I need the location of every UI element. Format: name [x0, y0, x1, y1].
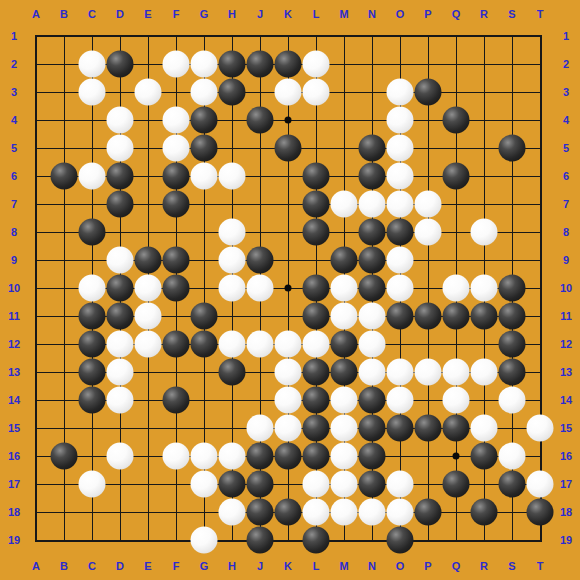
black-stone — [499, 331, 526, 358]
white-stone — [387, 387, 414, 414]
coord-label-top: H — [228, 9, 236, 20]
white-stone — [331, 387, 358, 414]
black-stone — [499, 303, 526, 330]
black-stone — [415, 415, 442, 442]
coord-label-left: 10 — [8, 283, 20, 294]
black-stone — [219, 79, 246, 106]
black-stone — [331, 359, 358, 386]
coord-label-bottom: C — [88, 561, 96, 572]
white-stone — [359, 331, 386, 358]
black-stone — [303, 359, 330, 386]
white-stone — [387, 79, 414, 106]
black-stone — [499, 359, 526, 386]
white-stone — [387, 499, 414, 526]
white-stone — [107, 135, 134, 162]
coord-label-bottom: B — [60, 561, 68, 572]
coord-label-right: 19 — [560, 535, 572, 546]
black-stone — [359, 247, 386, 274]
coord-label-bottom: M — [339, 561, 348, 572]
coord-label-top: G — [200, 9, 209, 20]
white-stone — [275, 387, 302, 414]
coord-label-left: 18 — [8, 507, 20, 518]
coord-label-left: 6 — [11, 171, 17, 182]
black-stone — [191, 107, 218, 134]
white-stone — [443, 275, 470, 302]
black-stone — [163, 163, 190, 190]
black-stone — [247, 247, 274, 274]
black-stone — [387, 415, 414, 442]
black-stone — [79, 303, 106, 330]
coord-label-bottom: F — [173, 561, 180, 572]
white-stone — [331, 191, 358, 218]
white-stone — [135, 275, 162, 302]
coord-label-top: K — [284, 9, 292, 20]
white-stone — [387, 471, 414, 498]
black-stone — [359, 275, 386, 302]
black-stone — [107, 303, 134, 330]
coord-label-bottom: J — [257, 561, 263, 572]
black-stone — [303, 443, 330, 470]
coord-label-bottom: R — [480, 561, 488, 572]
coord-label-left: 9 — [11, 255, 17, 266]
coord-label-right: 1 — [563, 31, 569, 42]
white-stone — [191, 527, 218, 554]
white-stone — [247, 275, 274, 302]
black-stone — [443, 415, 470, 442]
black-stone — [359, 163, 386, 190]
white-stone — [107, 107, 134, 134]
coord-label-bottom: G — [200, 561, 209, 572]
white-stone — [303, 471, 330, 498]
white-stone — [107, 247, 134, 274]
white-stone — [219, 331, 246, 358]
white-stone — [191, 79, 218, 106]
coord-label-right: 11 — [560, 311, 572, 322]
black-stone — [247, 51, 274, 78]
coord-label-top: N — [368, 9, 376, 20]
white-stone — [303, 499, 330, 526]
white-stone — [219, 443, 246, 470]
coord-label-left: 3 — [11, 87, 17, 98]
black-stone — [387, 219, 414, 246]
white-stone — [387, 107, 414, 134]
coord-label-right: 10 — [560, 283, 572, 294]
white-stone — [331, 275, 358, 302]
white-stone — [275, 79, 302, 106]
white-stone — [443, 359, 470, 386]
black-stone — [191, 135, 218, 162]
coord-label-bottom: P — [424, 561, 431, 572]
white-stone — [387, 359, 414, 386]
black-stone — [107, 163, 134, 190]
coord-label-top: S — [508, 9, 515, 20]
coord-label-top: F — [173, 9, 180, 20]
black-stone — [471, 499, 498, 526]
white-stone — [219, 219, 246, 246]
black-stone — [415, 499, 442, 526]
black-stone — [359, 443, 386, 470]
black-stone — [79, 387, 106, 414]
white-stone — [471, 275, 498, 302]
coord-label-bottom: E — [144, 561, 151, 572]
white-stone — [191, 163, 218, 190]
white-stone — [415, 359, 442, 386]
black-stone — [331, 247, 358, 274]
coord-label-right: 3 — [563, 87, 569, 98]
coord-label-right: 8 — [563, 227, 569, 238]
white-stone — [107, 331, 134, 358]
black-stone — [527, 499, 554, 526]
white-stone — [499, 443, 526, 470]
white-stone — [163, 443, 190, 470]
coord-label-top: E — [144, 9, 151, 20]
white-stone — [387, 275, 414, 302]
black-stone — [359, 387, 386, 414]
black-stone — [303, 219, 330, 246]
white-stone — [247, 415, 274, 442]
white-stone — [387, 191, 414, 218]
white-stone — [219, 275, 246, 302]
coord-label-bottom: K — [284, 561, 292, 572]
coord-label-top: B — [60, 9, 68, 20]
white-stone — [387, 163, 414, 190]
white-stone — [499, 387, 526, 414]
black-stone — [107, 191, 134, 218]
black-stone — [191, 331, 218, 358]
black-stone — [247, 443, 274, 470]
white-stone — [79, 163, 106, 190]
coord-label-bottom: N — [368, 561, 376, 572]
white-stone — [163, 135, 190, 162]
coord-label-right: 7 — [563, 199, 569, 210]
white-stone — [275, 415, 302, 442]
coord-label-bottom: L — [313, 561, 320, 572]
white-stone — [527, 471, 554, 498]
black-stone — [107, 275, 134, 302]
coord-label-left: 2 — [11, 59, 17, 70]
black-stone — [471, 443, 498, 470]
black-stone — [247, 107, 274, 134]
coord-label-left: 13 — [8, 367, 20, 378]
white-stone — [443, 387, 470, 414]
white-stone — [191, 51, 218, 78]
white-stone — [191, 443, 218, 470]
black-stone — [303, 415, 330, 442]
white-stone — [303, 51, 330, 78]
white-stone — [359, 303, 386, 330]
black-stone — [79, 219, 106, 246]
coord-label-top: Q — [452, 9, 461, 20]
black-stone — [303, 303, 330, 330]
black-stone — [331, 331, 358, 358]
star-point — [453, 453, 460, 460]
white-stone — [247, 331, 274, 358]
black-stone — [359, 415, 386, 442]
coord-label-right: 15 — [560, 423, 572, 434]
white-stone — [135, 79, 162, 106]
coord-label-top: O — [396, 9, 405, 20]
black-stone — [51, 163, 78, 190]
coord-label-right: 6 — [563, 171, 569, 182]
white-stone — [331, 471, 358, 498]
white-stone — [415, 191, 442, 218]
black-stone — [247, 471, 274, 498]
coord-label-left: 4 — [11, 115, 17, 126]
black-stone — [415, 79, 442, 106]
black-stone — [359, 135, 386, 162]
coord-label-right: 17 — [560, 479, 572, 490]
coord-label-left: 16 — [8, 451, 20, 462]
white-stone — [415, 219, 442, 246]
coord-label-bottom: Q — [452, 561, 461, 572]
white-stone — [471, 219, 498, 246]
coord-label-top: C — [88, 9, 96, 20]
white-stone — [191, 471, 218, 498]
coord-label-top: A — [32, 9, 40, 20]
coord-label-left: 17 — [8, 479, 20, 490]
coord-label-top: R — [480, 9, 488, 20]
white-stone — [107, 387, 134, 414]
black-stone — [219, 471, 246, 498]
coord-label-bottom: T — [537, 561, 544, 572]
white-stone — [331, 303, 358, 330]
coord-label-left: 12 — [8, 339, 20, 350]
coord-label-right: 16 — [560, 451, 572, 462]
white-stone — [303, 331, 330, 358]
black-stone — [359, 219, 386, 246]
white-stone — [359, 499, 386, 526]
black-stone — [163, 275, 190, 302]
coord-label-right: 13 — [560, 367, 572, 378]
white-stone — [359, 359, 386, 386]
black-stone — [499, 471, 526, 498]
coord-label-left: 1 — [11, 31, 17, 42]
coord-label-bottom: D — [116, 561, 124, 572]
white-stone — [79, 51, 106, 78]
white-stone — [219, 499, 246, 526]
coord-label-bottom: H — [228, 561, 236, 572]
black-stone — [303, 527, 330, 554]
white-stone — [387, 135, 414, 162]
black-stone — [443, 163, 470, 190]
white-stone — [135, 303, 162, 330]
white-stone — [79, 79, 106, 106]
black-stone — [79, 359, 106, 386]
white-stone — [303, 79, 330, 106]
white-stone — [331, 499, 358, 526]
black-stone — [359, 471, 386, 498]
black-stone — [219, 51, 246, 78]
black-stone — [387, 303, 414, 330]
black-stone — [163, 247, 190, 274]
coord-label-bottom: O — [396, 561, 405, 572]
black-stone — [275, 499, 302, 526]
black-stone — [135, 247, 162, 274]
black-stone — [275, 51, 302, 78]
black-stone — [443, 107, 470, 134]
coord-label-bottom: S — [508, 561, 515, 572]
coord-label-top: J — [257, 9, 263, 20]
white-stone — [219, 163, 246, 190]
coord-label-top: P — [424, 9, 431, 20]
black-stone — [51, 443, 78, 470]
white-stone — [219, 247, 246, 274]
coord-label-right: 14 — [560, 395, 572, 406]
black-stone — [387, 527, 414, 554]
white-stone — [135, 331, 162, 358]
coord-label-right: 18 — [560, 507, 572, 518]
coord-label-top: L — [313, 9, 320, 20]
black-stone — [443, 471, 470, 498]
coord-label-left: 11 — [8, 311, 20, 322]
black-stone — [219, 359, 246, 386]
coord-label-left: 7 — [11, 199, 17, 210]
star-point — [285, 285, 292, 292]
black-stone — [163, 191, 190, 218]
black-stone — [443, 303, 470, 330]
black-stone — [247, 527, 274, 554]
black-stone — [303, 163, 330, 190]
coord-label-right: 4 — [563, 115, 569, 126]
white-stone — [163, 51, 190, 78]
coord-label-right: 12 — [560, 339, 572, 350]
white-stone — [471, 415, 498, 442]
coord-label-bottom: A — [32, 561, 40, 572]
coord-label-left: 5 — [11, 143, 17, 154]
white-stone — [527, 415, 554, 442]
black-stone — [275, 135, 302, 162]
black-stone — [275, 443, 302, 470]
coord-label-top: T — [537, 9, 544, 20]
coord-label-left: 15 — [8, 423, 20, 434]
black-stone — [163, 331, 190, 358]
coord-label-top: D — [116, 9, 124, 20]
coord-label-left: 19 — [8, 535, 20, 546]
white-stone — [387, 247, 414, 274]
white-stone — [163, 107, 190, 134]
white-stone — [471, 359, 498, 386]
coord-label-right: 5 — [563, 143, 569, 154]
white-stone — [359, 191, 386, 218]
go-board[interactable]: AABBCCDDEEFFGGHHJJKKLLMMNNOOPPQQRRSSTT11… — [0, 0, 580, 580]
white-stone — [79, 471, 106, 498]
star-point — [285, 117, 292, 124]
coord-label-top: M — [339, 9, 348, 20]
black-stone — [303, 275, 330, 302]
white-stone — [275, 331, 302, 358]
black-stone — [107, 51, 134, 78]
coord-label-right: 9 — [563, 255, 569, 266]
black-stone — [191, 303, 218, 330]
white-stone — [331, 443, 358, 470]
white-stone — [107, 443, 134, 470]
black-stone — [415, 303, 442, 330]
black-stone — [163, 387, 190, 414]
black-stone — [471, 303, 498, 330]
coord-label-right: 2 — [563, 59, 569, 70]
black-stone — [499, 275, 526, 302]
white-stone — [79, 275, 106, 302]
white-stone — [331, 415, 358, 442]
coord-label-left: 14 — [8, 395, 20, 406]
black-stone — [303, 387, 330, 414]
black-stone — [499, 135, 526, 162]
black-stone — [303, 191, 330, 218]
white-stone — [275, 359, 302, 386]
black-stone — [247, 499, 274, 526]
coord-label-left: 8 — [11, 227, 17, 238]
white-stone — [107, 359, 134, 386]
black-stone — [79, 331, 106, 358]
